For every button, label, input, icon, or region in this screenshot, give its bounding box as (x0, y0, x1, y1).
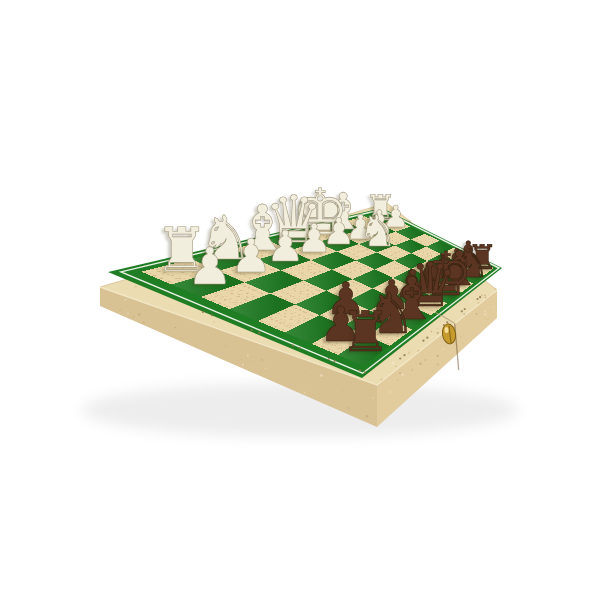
chess-set-product-photo: ♜♞♝♛♚♝♞♜♟♟♟♟♟♟♟♟♞♟♟♟♟♟♟♟♟♜♞♝♛♚♝♜ (0, 0, 600, 600)
